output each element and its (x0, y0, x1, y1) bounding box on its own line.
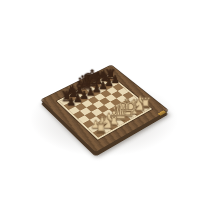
square-a1: ♜ (93, 129, 105, 138)
black-rook: ♜ (104, 68, 116, 81)
square-g1: ♞ (132, 108, 143, 116)
square-d6 (88, 97, 99, 105)
square-e1: ♚ (119, 115, 131, 123)
square-c1: ♝ (106, 122, 118, 130)
white-pawn: ♟ (135, 95, 145, 106)
square-f1: ♝ (125, 111, 136, 119)
square-a6 (69, 106, 80, 114)
chess-set-product-photo: ♜♞♝♛♚♝♞♜♟♟♟♟♟♟♟♟♟♟♟♟♟♟♟♟♜♞♝♛♚♝♞♜ (0, 0, 220, 200)
square-a7: ♟ (64, 102, 75, 110)
